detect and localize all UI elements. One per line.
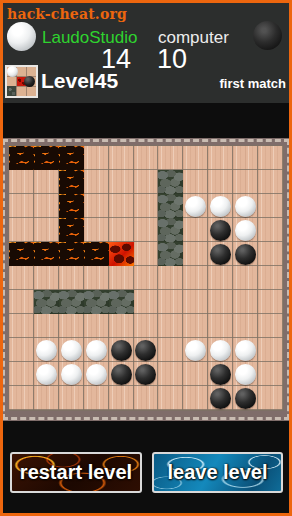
board-cell-r10c2[interactable] [59, 386, 84, 410]
restart-level-label: restart level [20, 461, 132, 484]
stone-wall-cell [158, 242, 183, 266]
white-disc [36, 340, 57, 361]
restart-level-button[interactable]: restart level [10, 452, 142, 493]
board-cell-r2c10[interactable] [258, 194, 283, 218]
board-cell-r2c7[interactable] [183, 194, 208, 218]
white-disc [185, 196, 206, 217]
white-disc [36, 364, 57, 385]
board-cell-r6c10[interactable] [258, 290, 283, 314]
board-cell-r1c4[interactable] [109, 170, 134, 194]
board-cell-r10c8[interactable] [208, 386, 233, 410]
board-cell-r5c3[interactable] [84, 266, 109, 290]
match-status-label: first match [220, 76, 286, 91]
mini-black-disc [24, 76, 35, 87]
stone-wall-cell [158, 218, 183, 242]
board-cell-r7c4[interactable] [109, 314, 134, 338]
board-cell-r9c9[interactable] [233, 362, 258, 386]
board-cell-r7c2[interactable] [59, 314, 84, 338]
board-cell-r9c1[interactable] [34, 362, 59, 386]
watermark-text: hack-cheat.org [7, 6, 127, 22]
board-cell-r7c7[interactable] [183, 314, 208, 338]
white-disc [185, 340, 206, 361]
board-cell-r8c1[interactable] [34, 338, 59, 362]
board-cell-r10c5[interactable] [134, 386, 159, 410]
lava-wall-cell [34, 146, 59, 170]
lava-wall-cell [59, 146, 84, 170]
board-cell-r5c1[interactable] [34, 266, 59, 290]
leave-level-label: leave level [167, 461, 267, 484]
black-disc [235, 388, 256, 409]
stone-wall-cell [158, 194, 183, 218]
board-frame [1, 138, 291, 421]
board-cell-r2c5[interactable] [134, 194, 159, 218]
board-cell-r8c4[interactable] [109, 338, 134, 362]
white-disc [235, 220, 256, 241]
board-cell-r1c5[interactable] [134, 170, 159, 194]
board-cell-r9c8[interactable] [208, 362, 233, 386]
board-cell-r0c3[interactable] [84, 146, 109, 170]
stone-wall-cell [109, 290, 134, 314]
board-cell-r2c4[interactable] [109, 194, 134, 218]
board-cell-r0c7[interactable] [183, 146, 208, 170]
board-cell-r7c5[interactable] [134, 314, 159, 338]
board-cell-r10c6[interactable] [158, 386, 183, 410]
board-cell-r3c4[interactable] [109, 218, 134, 242]
lava-wall-cell [34, 242, 59, 266]
board-grid [8, 145, 284, 411]
stone-wall-cell [59, 290, 84, 314]
white-disc [86, 364, 107, 385]
lava-wall-cell [84, 242, 109, 266]
red-lava-wall-cell [109, 242, 134, 266]
board-cell-r8c10[interactable] [258, 338, 283, 362]
board-cell-r2c1[interactable] [34, 194, 59, 218]
board-cell-r0c10[interactable] [258, 146, 283, 170]
black-disc [210, 364, 231, 385]
leave-level-button[interactable]: leave level [152, 452, 283, 493]
white-player-stone-icon [7, 22, 36, 51]
stone-wall-cell [84, 290, 109, 314]
board-cell-r3c1[interactable] [34, 218, 59, 242]
app-screen: hack-cheat.org LaudoStudio computer 14 1… [0, 0, 292, 516]
lava-wall-cell [9, 146, 34, 170]
board-cell-r6c7[interactable] [183, 290, 208, 314]
board-cell-r0c6[interactable] [158, 146, 183, 170]
board-cell-r1c0[interactable] [9, 170, 34, 194]
white-disc [235, 196, 256, 217]
board-cell-r2c9[interactable] [233, 194, 258, 218]
lava-wall-cell [59, 170, 84, 194]
board-cell-r2c0[interactable] [9, 194, 34, 218]
lava-wall-cell [59, 242, 84, 266]
board-cell-r7c6[interactable] [158, 314, 183, 338]
mini-white-disc [7, 66, 18, 77]
board-cell-r1c10[interactable] [258, 170, 283, 194]
board-cell-r5c10[interactable] [258, 266, 283, 290]
board-cell-r9c4[interactable] [109, 362, 134, 386]
board-cell-r8c2[interactable] [59, 338, 84, 362]
board-cell-r7c10[interactable] [258, 314, 283, 338]
lava-wall-cell [59, 218, 84, 242]
board-cell-r5c7[interactable] [183, 266, 208, 290]
white-disc [86, 340, 107, 361]
board-cell-r3c0[interactable] [9, 218, 34, 242]
board-cell-r2c3[interactable] [84, 194, 109, 218]
black-disc [135, 340, 156, 361]
board-cell-r1c9[interactable] [233, 170, 258, 194]
lava-wall-cell [59, 194, 84, 218]
board-cell-r6c6[interactable] [158, 290, 183, 314]
board-cell-r8c6[interactable] [158, 338, 183, 362]
board-cell-r10c0[interactable] [9, 386, 34, 410]
white-disc [61, 340, 82, 361]
board-cell-r9c3[interactable] [84, 362, 109, 386]
black-disc [111, 340, 132, 361]
board-cell-r8c9[interactable] [233, 338, 258, 362]
board-cell-r3c7[interactable] [183, 218, 208, 242]
board-cell-r3c3[interactable] [84, 218, 109, 242]
board-cell-r3c5[interactable] [134, 218, 159, 242]
board-cell-r6c5[interactable] [134, 290, 159, 314]
level-preview-icon [5, 65, 38, 98]
board-cell-r3c8[interactable] [208, 218, 233, 242]
black-score: 10 [157, 44, 187, 75]
white-disc [210, 340, 231, 361]
board-cell-r8c5[interactable] [134, 338, 159, 362]
board-cell-r2c8[interactable] [208, 194, 233, 218]
board-cell-r9c5[interactable] [134, 362, 159, 386]
stone-wall-cell [158, 170, 183, 194]
board-cell-r5c9[interactable] [233, 266, 258, 290]
board-cell-r3c10[interactable] [258, 218, 283, 242]
board-cell-r6c0[interactable] [9, 290, 34, 314]
board-cell-r0c8[interactable] [208, 146, 233, 170]
header-bar: hack-cheat.org LaudoStudio computer 14 1… [3, 3, 289, 103]
board-cell-r10c9[interactable] [233, 386, 258, 410]
board-cell-r1c1[interactable] [34, 170, 59, 194]
board-cell-r9c2[interactable] [59, 362, 84, 386]
black-disc [111, 364, 132, 385]
board-cell-r10c3[interactable] [84, 386, 109, 410]
black-disc [210, 388, 231, 409]
board-cell-r7c0[interactable] [9, 314, 34, 338]
board-cell-r6c9[interactable] [233, 290, 258, 314]
black-player-stone-icon [253, 21, 282, 50]
board-cell-r8c0[interactable] [9, 338, 34, 362]
board-cell-r9c7[interactable] [183, 362, 208, 386]
black-disc [235, 244, 256, 265]
board-cell-r7c9[interactable] [233, 314, 258, 338]
board-cell-r5c6[interactable] [158, 266, 183, 290]
board-cell-r3c9[interactable] [233, 218, 258, 242]
board-cell-r7c3[interactable] [84, 314, 109, 338]
board-cell-r10c7[interactable] [183, 386, 208, 410]
board-cell-r10c10[interactable] [258, 386, 283, 410]
board-cell-r10c1[interactable] [34, 386, 59, 410]
white-disc [235, 340, 256, 361]
lava-wall-cell [9, 242, 34, 266]
board-cell-r1c3[interactable] [84, 170, 109, 194]
board-cell-r0c5[interactable] [134, 146, 159, 170]
board-cell-r0c9[interactable] [233, 146, 258, 170]
board-cell-r8c8[interactable] [208, 338, 233, 362]
board-cell-r4c10[interactable] [258, 242, 283, 266]
white-disc [235, 364, 256, 385]
mini-stone-cell [7, 86, 16, 96]
board-cell-r8c7[interactable] [183, 338, 208, 362]
board-cell-r9c10[interactable] [258, 362, 283, 386]
black-disc [210, 244, 231, 265]
board-cell-r1c8[interactable] [208, 170, 233, 194]
black-disc [135, 364, 156, 385]
stone-wall-cell [34, 290, 59, 314]
board-cell-r10c4[interactable] [109, 386, 134, 410]
board-cell-r7c8[interactable] [208, 314, 233, 338]
board-cell-r4c7[interactable] [183, 242, 208, 266]
black-disc [210, 220, 231, 241]
board-cell-r5c2[interactable] [59, 266, 84, 290]
board-cell-r6c8[interactable] [208, 290, 233, 314]
board-cell-r8c3[interactable] [84, 338, 109, 362]
white-disc [210, 196, 231, 217]
board-cell-r4c8[interactable] [208, 242, 233, 266]
board-cell-r5c0[interactable] [9, 266, 34, 290]
board-cell-r4c9[interactable] [233, 242, 258, 266]
board-cell-r1c7[interactable] [183, 170, 208, 194]
board-cell-r4c5[interactable] [134, 242, 159, 266]
board-cell-r9c0[interactable] [9, 362, 34, 386]
board-cell-r5c4[interactable] [109, 266, 134, 290]
white-disc [61, 364, 82, 385]
level-label: Level45 [41, 69, 118, 93]
board-cell-r7c1[interactable] [34, 314, 59, 338]
board-cell-r5c8[interactable] [208, 266, 233, 290]
board-cell-r9c6[interactable] [158, 362, 183, 386]
board-cell-r0c4[interactable] [109, 146, 134, 170]
board-cell-r5c5[interactable] [134, 266, 159, 290]
